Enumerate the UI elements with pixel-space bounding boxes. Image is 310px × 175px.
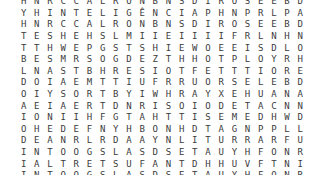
- grid-cell-r3-c16[interactable]: I: [215, 31, 228, 43]
- grid-cell-r7-c15[interactable]: O: [201, 77, 214, 89]
- grid-cell-r14-c19[interactable]: F: [254, 158, 267, 170]
- grid-cell-r12-c11[interactable]: Y: [149, 135, 162, 147]
- grid-cell-r6-c14[interactable]: F: [188, 66, 201, 78]
- grid-cell-r1-c2[interactable]: H: [30, 8, 43, 20]
- grid-cell-r10-c10[interactable]: A: [136, 112, 149, 124]
- grid-cell-r11-c16[interactable]: A: [215, 124, 228, 136]
- grid-cell-r13-c4[interactable]: O: [57, 147, 70, 159]
- grid-cell-r9-c6[interactable]: R: [83, 100, 96, 112]
- grid-cell-r10-c11[interactable]: H: [149, 112, 162, 124]
- grid-cell-r14-c18[interactable]: V: [241, 158, 254, 170]
- grid-cell-r4-c12[interactable]: I: [162, 42, 175, 54]
- grid-cell-r8-c21[interactable]: N: [280, 89, 293, 101]
- grid-cell-r1-c13[interactable]: I: [175, 8, 188, 20]
- grid-cell-r5-c14[interactable]: H: [188, 54, 201, 66]
- grid-cell-r1-c22[interactable]: A: [294, 8, 307, 20]
- grid-cell-r6-c6[interactable]: B: [83, 66, 96, 78]
- grid-cell-r12-c3[interactable]: A: [43, 135, 56, 147]
- grid-cell-r14-c2[interactable]: A: [30, 158, 43, 170]
- grid-cell-r3-c21[interactable]: H: [280, 31, 293, 43]
- grid-cell-r3-c2[interactable]: E: [30, 31, 43, 43]
- grid-cell-r13-c1[interactable]: I: [17, 147, 30, 159]
- grid-cell-r2-c13[interactable]: S: [175, 19, 188, 31]
- grid-cell-r9-c5[interactable]: E: [70, 100, 83, 112]
- grid-cell-r7-c3[interactable]: I: [43, 77, 56, 89]
- grid-cell-r9-c10[interactable]: R: [136, 100, 149, 112]
- grid-cell-r1-c21[interactable]: P: [280, 8, 293, 20]
- grid-cell-r2-c20[interactable]: E: [267, 19, 280, 31]
- grid-cell-r5-c22[interactable]: H: [294, 54, 307, 66]
- grid-cell-r13-c8[interactable]: L: [109, 147, 122, 159]
- grid-cell-r6-c16[interactable]: T: [215, 66, 228, 78]
- grid-cell-r2-c6[interactable]: A: [83, 19, 96, 31]
- grid-cell-r9-c3[interactable]: I: [43, 100, 56, 112]
- grid-cell-r1-c8[interactable]: I: [109, 8, 122, 20]
- grid-cell-r5-c16[interactable]: T: [215, 54, 228, 66]
- grid-cell-r10-c7[interactable]: F: [96, 112, 109, 124]
- grid-cell-r8-c12[interactable]: H: [162, 89, 175, 101]
- grid-cell-r13-c7[interactable]: S: [96, 147, 109, 159]
- grid-cell-r7-c14[interactable]: U: [188, 77, 201, 89]
- grid-cell-r5-c19[interactable]: O: [254, 54, 267, 66]
- grid-cell-r3-c14[interactable]: I: [188, 31, 201, 43]
- grid-cell-r7-c13[interactable]: R: [175, 77, 188, 89]
- grid-cell-r8-c18[interactable]: H: [241, 89, 254, 101]
- grid-cell-r13-c15[interactable]: A: [201, 147, 214, 159]
- grid-cell-r1-c1[interactable]: Y: [17, 8, 30, 20]
- grid-cell-r2-c22[interactable]: D: [294, 19, 307, 31]
- grid-cell-r11-c8[interactable]: Y: [109, 124, 122, 136]
- grid-cell-r10-c19[interactable]: D: [254, 112, 267, 124]
- grid-cell-r2-c10[interactable]: N: [136, 19, 149, 31]
- grid-cell-r5-c20[interactable]: Y: [267, 54, 280, 66]
- grid-cell-r9-c9[interactable]: N: [122, 100, 135, 112]
- grid-cell-r7-c17[interactable]: S: [228, 77, 241, 89]
- grid-cell-r13-c13[interactable]: E: [175, 147, 188, 159]
- grid-cell-r11-c1[interactable]: O: [17, 124, 30, 136]
- grid-cell-r8-c14[interactable]: A: [188, 89, 201, 101]
- grid-cell-r8-c3[interactable]: Y: [43, 89, 56, 101]
- grid-cell-r11-c21[interactable]: L: [280, 124, 293, 136]
- grid-cell-r12-c8[interactable]: D: [109, 135, 122, 147]
- grid-cell-r10-c14[interactable]: I: [188, 112, 201, 124]
- grid-cell-r9-c15[interactable]: O: [201, 100, 214, 112]
- grid-cell-r8-c7[interactable]: T: [96, 89, 109, 101]
- grid-cell-r11-c6[interactable]: F: [83, 124, 96, 136]
- grid-cell-r4-c20[interactable]: D: [267, 42, 280, 54]
- grid-cell-r4-c15[interactable]: O: [201, 42, 214, 54]
- grid-cell-r7-c18[interactable]: E: [241, 77, 254, 89]
- grid-cell-r2-c1[interactable]: H: [17, 19, 30, 31]
- grid-cell-r12-c10[interactable]: A: [136, 135, 149, 147]
- grid-cell-r3-c4[interactable]: H: [57, 31, 70, 43]
- grid-cell-r12-c21[interactable]: F: [280, 135, 293, 147]
- grid-cell-r14-c22[interactable]: I: [294, 158, 307, 170]
- grid-cell-r1-c4[interactable]: N: [57, 8, 70, 20]
- grid-cell-r14-c21[interactable]: N: [280, 158, 293, 170]
- grid-cell-r1-c5[interactable]: T: [70, 8, 83, 20]
- grid-cell-r7-c5[interactable]: E: [70, 77, 83, 89]
- grid-cell-r3-c18[interactable]: R: [241, 31, 254, 43]
- grid-cell-r13-c16[interactable]: U: [215, 147, 228, 159]
- grid-cell-r2-c16[interactable]: R: [215, 19, 228, 31]
- grid-cell-r10-c2[interactable]: O: [30, 112, 43, 124]
- grid-cell-r5-c21[interactable]: R: [280, 54, 293, 66]
- grid-cell-r13-c6[interactable]: G: [83, 147, 96, 159]
- grid-cell-r4-c4[interactable]: W: [57, 42, 70, 54]
- grid-cell-r2-c11[interactable]: B: [149, 19, 162, 31]
- grid-cell-r6-c3[interactable]: A: [43, 66, 56, 78]
- grid-cell-r13-c22[interactable]: R: [294, 147, 307, 159]
- grid-cell-r12-c12[interactable]: N: [162, 135, 175, 147]
- grid-cell-r4-c1[interactable]: T: [17, 42, 30, 54]
- grid-cell-r10-c9[interactable]: T: [122, 112, 135, 124]
- grid-cell-r14-c17[interactable]: U: [228, 158, 241, 170]
- grid-cell-r9-c22[interactable]: N: [294, 100, 307, 112]
- grid-cell-r10-c16[interactable]: E: [215, 112, 228, 124]
- grid-cell-r3-c6[interactable]: H: [83, 31, 96, 43]
- grid-cell-r2-c17[interactable]: O: [228, 19, 241, 31]
- grid-cell-r8-c8[interactable]: B: [109, 89, 122, 101]
- grid-cell-r4-c14[interactable]: W: [188, 42, 201, 54]
- grid-cell-r4-c10[interactable]: S: [136, 42, 149, 54]
- grid-cell-r11-c7[interactable]: N: [96, 124, 109, 136]
- grid-cell-r4-c19[interactable]: S: [254, 42, 267, 54]
- grid-cell-r11-c14[interactable]: D: [188, 124, 201, 136]
- grid-cell-r10-c6[interactable]: H: [83, 112, 96, 124]
- grid-cell-r7-c16[interactable]: R: [215, 77, 228, 89]
- grid-cell-r11-c12[interactable]: N: [162, 124, 175, 136]
- grid-cell-r5-c1[interactable]: B: [17, 54, 30, 66]
- grid-cell-r5-c5[interactable]: R: [70, 54, 83, 66]
- grid-cell-r10-c15[interactable]: S: [201, 112, 214, 124]
- grid-cell-r10-c22[interactable]: D: [294, 112, 307, 124]
- grid-cell-r8-c16[interactable]: X: [215, 89, 228, 101]
- grid-cell-r9-c14[interactable]: I: [188, 100, 201, 112]
- grid-cell-r7-c1[interactable]: D: [17, 77, 30, 89]
- grid-cell-r14-c7[interactable]: T: [96, 158, 109, 170]
- grid-cell-r14-c14[interactable]: D: [188, 158, 201, 170]
- grid-cell-r4-c21[interactable]: L: [280, 42, 293, 54]
- grid-cell-r6-c20[interactable]: O: [267, 66, 280, 78]
- grid-cell-r14-c1[interactable]: I: [17, 158, 30, 170]
- grid-cell-r13-c18[interactable]: H: [241, 147, 254, 159]
- grid-cell-r5-c15[interactable]: O: [201, 54, 214, 66]
- grid-cell-r6-c9[interactable]: E: [122, 66, 135, 78]
- grid-cell-r5-c8[interactable]: G: [109, 54, 122, 66]
- grid-cell-r11-c4[interactable]: D: [57, 124, 70, 136]
- grid-cell-r7-c10[interactable]: U: [136, 77, 149, 89]
- grid-cell-r2-c4[interactable]: C: [57, 19, 70, 31]
- grid-cell-r6-c5[interactable]: T: [70, 66, 83, 78]
- grid-cell-r14-c3[interactable]: L: [43, 158, 56, 170]
- grid-cell-r14-c12[interactable]: N: [162, 158, 175, 170]
- grid-cell-r1-c3[interactable]: I: [43, 8, 56, 20]
- grid-cell-r1-c12[interactable]: C: [162, 8, 175, 20]
- grid-cell-r6-c12[interactable]: O: [162, 66, 175, 78]
- grid-cell-r8-c10[interactable]: I: [136, 89, 149, 101]
- grid-cell-r3-c13[interactable]: I: [175, 31, 188, 43]
- grid-cell-r6-c21[interactable]: R: [280, 66, 293, 78]
- grid-cell-r10-c3[interactable]: N: [43, 112, 56, 124]
- grid-cell-r2-c2[interactable]: N: [30, 19, 43, 31]
- grid-cell-r13-c2[interactable]: N: [30, 147, 43, 159]
- grid-cell-r8-c20[interactable]: A: [267, 89, 280, 101]
- grid-cell-r3-c22[interactable]: N: [294, 31, 307, 43]
- grid-cell-r3-c5[interactable]: E: [70, 31, 83, 43]
- grid-cell-r9-c17[interactable]: E: [228, 100, 241, 112]
- grid-cell-r1-c14[interactable]: A: [188, 8, 201, 20]
- grid-cell-r8-c15[interactable]: Y: [201, 89, 214, 101]
- grid-cell-r3-c9[interactable]: M: [122, 31, 135, 43]
- grid-cell-r4-c7[interactable]: G: [96, 42, 109, 54]
- grid-cell-r4-c17[interactable]: E: [228, 42, 241, 54]
- grid-cell-r2-c19[interactable]: E: [254, 19, 267, 31]
- grid-cell-r9-c20[interactable]: C: [267, 100, 280, 112]
- grid-cell-r3-c11[interactable]: I: [149, 31, 162, 43]
- grid-cell-r4-c11[interactable]: H: [149, 42, 162, 54]
- grid-cell-r5-c7[interactable]: O: [96, 54, 109, 66]
- grid-cell-r9-c18[interactable]: T: [241, 100, 254, 112]
- grid-cell-r4-c13[interactable]: E: [175, 42, 188, 54]
- grid-cell-r14-c11[interactable]: A: [149, 158, 162, 170]
- grid-cell-r6-c4[interactable]: S: [57, 66, 70, 78]
- grid-cell-r3-c15[interactable]: I: [201, 31, 214, 43]
- grid-cell-r1-c6[interactable]: E: [83, 8, 96, 20]
- grid-cell-r3-c3[interactable]: S: [43, 31, 56, 43]
- grid-cell-r13-c3[interactable]: T: [43, 147, 56, 159]
- grid-cell-r7-c7[interactable]: T: [96, 77, 109, 89]
- grid-cell-r14-c16[interactable]: H: [215, 158, 228, 170]
- grid-cell-r12-c13[interactable]: L: [175, 135, 188, 147]
- grid-cell-r5-c12[interactable]: T: [162, 54, 175, 66]
- grid-cell-r6-c7[interactable]: H: [96, 66, 109, 78]
- grid-cell-r10-c18[interactable]: E: [241, 112, 254, 124]
- grid-cell-r10-c1[interactable]: I: [17, 112, 30, 124]
- grid-cell-r11-c15[interactable]: T: [201, 124, 214, 136]
- grid-cell-r1-c11[interactable]: N: [149, 8, 162, 20]
- grid-cell-r12-c20[interactable]: R: [267, 135, 280, 147]
- grid-cell-r8-c6[interactable]: R: [83, 89, 96, 101]
- grid-cell-r2-c18[interactable]: S: [241, 19, 254, 31]
- grid-cell-r6-c8[interactable]: R: [109, 66, 122, 78]
- grid-cell-r10-c12[interactable]: T: [162, 112, 175, 124]
- grid-cell-r1-c7[interactable]: L: [96, 8, 109, 20]
- grid-cell-r3-c20[interactable]: N: [267, 31, 280, 43]
- grid-cell-r9-c19[interactable]: A: [254, 100, 267, 112]
- grid-cell-r6-c15[interactable]: E: [201, 66, 214, 78]
- grid-cell-r1-c19[interactable]: R: [254, 8, 267, 20]
- grid-cell-r12-c2[interactable]: E: [30, 135, 43, 147]
- grid-cell-r12-c9[interactable]: A: [122, 135, 135, 147]
- grid-cell-r6-c1[interactable]: L: [17, 66, 30, 78]
- grid-cell-r14-c5[interactable]: R: [70, 158, 83, 170]
- grid-cell-r8-c13[interactable]: R: [175, 89, 188, 101]
- grid-cell-r3-c8[interactable]: L: [109, 31, 122, 43]
- grid-cell-r12-c4[interactable]: N: [57, 135, 70, 147]
- grid-cell-r4-c6[interactable]: P: [83, 42, 96, 54]
- grid-cell-r4-c16[interactable]: E: [215, 42, 228, 54]
- grid-cell-r9-c4[interactable]: A: [57, 100, 70, 112]
- grid-cell-r9-c1[interactable]: A: [17, 100, 30, 112]
- grid-cell-r4-c3[interactable]: H: [43, 42, 56, 54]
- grid-cell-r14-c20[interactable]: T: [267, 158, 280, 170]
- grid-cell-r5-c18[interactable]: L: [241, 54, 254, 66]
- grid-cell-r7-c9[interactable]: I: [122, 77, 135, 89]
- grid-cell-r3-c12[interactable]: E: [162, 31, 175, 43]
- grid-cell-r13-c11[interactable]: D: [149, 147, 162, 159]
- grid-cell-r2-c3[interactable]: R: [43, 19, 56, 31]
- grid-cell-r2-c9[interactable]: O: [122, 19, 135, 31]
- grid-cell-r9-c16[interactable]: D: [215, 100, 228, 112]
- grid-cell-r4-c18[interactable]: I: [241, 42, 254, 54]
- grid-cell-r7-c8[interactable]: T: [109, 77, 122, 89]
- grid-cell-r7-c2[interactable]: O: [30, 77, 43, 89]
- grid-cell-r7-c12[interactable]: R: [162, 77, 175, 89]
- grid-cell-r11-c13[interactable]: H: [175, 124, 188, 136]
- grid-cell-r2-c5[interactable]: C: [70, 19, 83, 31]
- grid-cell-r4-c2[interactable]: T: [30, 42, 43, 54]
- grid-cell-r14-c15[interactable]: H: [201, 158, 214, 170]
- grid-cell-r10-c17[interactable]: M: [228, 112, 241, 124]
- grid-cell-r9-c12[interactable]: S: [162, 100, 175, 112]
- grid-cell-r6-c18[interactable]: T: [241, 66, 254, 78]
- grid-cell-r8-c11[interactable]: W: [149, 89, 162, 101]
- grid-cell-r8-c19[interactable]: U: [254, 89, 267, 101]
- grid-cell-r13-c9[interactable]: A: [122, 147, 135, 159]
- grid-cell-r5-c3[interactable]: S: [43, 54, 56, 66]
- grid-cell-r8-c5[interactable]: O: [70, 89, 83, 101]
- grid-cell-r12-c19[interactable]: A: [254, 135, 267, 147]
- grid-cell-r5-c11[interactable]: Z: [149, 54, 162, 66]
- grid-cell-r3-c17[interactable]: F: [228, 31, 241, 43]
- grid-cell-r1-c16[interactable]: H: [215, 8, 228, 20]
- grid-cell-r10-c8[interactable]: G: [109, 112, 122, 124]
- grid-cell-r13-c19[interactable]: F: [254, 147, 267, 159]
- grid-cell-r8-c22[interactable]: A: [294, 89, 307, 101]
- grid-cell-r6-c11[interactable]: I: [149, 66, 162, 78]
- grid-cell-r9-c2[interactable]: E: [30, 100, 43, 112]
- grid-cell-r8-c4[interactable]: S: [57, 89, 70, 101]
- grid-cell-r14-c9[interactable]: U: [122, 158, 135, 170]
- grid-cell-r10-c21[interactable]: W: [280, 112, 293, 124]
- grid-cell-r3-c1[interactable]: T: [17, 31, 30, 43]
- grid-cell-r11-c10[interactable]: B: [136, 124, 149, 136]
- grid-cell-r13-c10[interactable]: S: [136, 147, 149, 159]
- grid-cell-r7-c4[interactable]: A: [57, 77, 70, 89]
- grid-cell-r13-c20[interactable]: O: [267, 147, 280, 159]
- grid-cell-r10-c5[interactable]: I: [70, 112, 83, 124]
- grid-cell-r2-c7[interactable]: L: [96, 19, 109, 31]
- grid-cell-r11-c17[interactable]: G: [228, 124, 241, 136]
- grid-cell-r11-c2[interactable]: H: [30, 124, 43, 136]
- grid-cell-r13-c5[interactable]: O: [70, 147, 83, 159]
- grid-cell-r6-c22[interactable]: E: [294, 66, 307, 78]
- grid-cell-r6-c17[interactable]: T: [228, 66, 241, 78]
- grid-cell-r14-c13[interactable]: T: [175, 158, 188, 170]
- grid-cell-r8-c17[interactable]: E: [228, 89, 241, 101]
- grid-cell-r5-c10[interactable]: E: [136, 54, 149, 66]
- grid-cell-r11-c20[interactable]: P: [267, 124, 280, 136]
- grid-cell-r13-c17[interactable]: Y: [228, 147, 241, 159]
- grid-cell-r5-c13[interactable]: H: [175, 54, 188, 66]
- grid-cell-r14-c4[interactable]: T: [57, 158, 70, 170]
- grid-cell-r2-c15[interactable]: I: [201, 19, 214, 31]
- grid-cell-r3-c10[interactable]: I: [136, 31, 149, 43]
- grid-cell-r10-c4[interactable]: I: [57, 112, 70, 124]
- grid-cell-r2-c14[interactable]: D: [188, 19, 201, 31]
- grid-cell-r9-c13[interactable]: O: [175, 100, 188, 112]
- grid-cell-r4-c5[interactable]: E: [70, 42, 83, 54]
- grid-cell-r11-c19[interactable]: P: [254, 124, 267, 136]
- grid-cell-r7-c6[interactable]: M: [83, 77, 96, 89]
- grid-cell-r14-c6[interactable]: E: [83, 158, 96, 170]
- grid-cell-r13-c12[interactable]: S: [162, 147, 175, 159]
- grid-cell-r12-c17[interactable]: R: [228, 135, 241, 147]
- grid-cell-r4-c8[interactable]: S: [109, 42, 122, 54]
- grid-cell-r4-c22[interactable]: O: [294, 42, 307, 54]
- grid-cell-r11-c22[interactable]: L: [294, 124, 307, 136]
- grid-cell-r5-c2[interactable]: E: [30, 54, 43, 66]
- grid-cell-r8-c1[interactable]: O: [17, 89, 30, 101]
- grid-cell-r9-c11[interactable]: I: [149, 100, 162, 112]
- grid-cell-r7-c20[interactable]: E: [267, 77, 280, 89]
- grid-cell-r1-c18[interactable]: P: [241, 8, 254, 20]
- grid-cell-r7-c21[interactable]: B: [280, 77, 293, 89]
- grid-cell-r11-c5[interactable]: E: [70, 124, 83, 136]
- grid-cell-r3-c7[interactable]: S: [96, 31, 109, 43]
- grid-cell-r12-c18[interactable]: R: [241, 135, 254, 147]
- grid-cell-r2-c21[interactable]: B: [280, 19, 293, 31]
- grid-cell-r7-c19[interactable]: L: [254, 77, 267, 89]
- grid-cell-r9-c7[interactable]: T: [96, 100, 109, 112]
- grid-cell-r11-c11[interactable]: O: [149, 124, 162, 136]
- grid-cell-r1-c9[interactable]: G: [122, 8, 135, 20]
- grid-cell-r8-c9[interactable]: Y: [122, 89, 135, 101]
- grid-cell-r1-c20[interactable]: L: [267, 8, 280, 20]
- grid-cell-r12-c5[interactable]: R: [70, 135, 83, 147]
- grid-cell-r4-c9[interactable]: T: [122, 42, 135, 54]
- grid-cell-r5-c9[interactable]: D: [122, 54, 135, 66]
- grid-cell-r3-c19[interactable]: L: [254, 31, 267, 43]
- grid-cell-r12-c7[interactable]: R: [96, 135, 109, 147]
- grid-cell-r2-c8[interactable]: R: [109, 19, 122, 31]
- grid-cell-r7-c22[interactable]: D: [294, 77, 307, 89]
- grid-cell-r12-c6[interactable]: L: [83, 135, 96, 147]
- grid-cell-r13-c21[interactable]: N: [280, 147, 293, 159]
- grid-cell-r12-c15[interactable]: T: [201, 135, 214, 147]
- grid-cell-r12-c1[interactable]: D: [17, 135, 30, 147]
- grid-cell-r6-c2[interactable]: N: [30, 66, 43, 78]
- grid-cell-r1-c10[interactable]: Ê: [136, 8, 149, 20]
- grid-cell-r1-c15[interactable]: P: [201, 8, 214, 20]
- grid-cell-r14-c8[interactable]: S: [109, 158, 122, 170]
- grid-cell-r6-c19[interactable]: I: [254, 66, 267, 78]
- grid-cell-r9-c21[interactable]: N: [280, 100, 293, 112]
- grid-cell-r5-c17[interactable]: P: [228, 54, 241, 66]
- grid-cell-r13-c14[interactable]: T: [188, 147, 201, 159]
- grid-cell-r9-c8[interactable]: D: [109, 100, 122, 112]
- grid-cell-r11-c3[interactable]: E: [43, 124, 56, 136]
- grid-cell-r5-c6[interactable]: S: [83, 54, 96, 66]
- grid-cell-r6-c13[interactable]: T: [175, 66, 188, 78]
- grid-cell-r10-c20[interactable]: H: [267, 112, 280, 124]
- grid-cell-r7-c11[interactable]: F: [149, 77, 162, 89]
- grid-cell-r6-c10[interactable]: S: [136, 66, 149, 78]
- grid-cell-r14-c10[interactable]: F: [136, 158, 149, 170]
- grid-cell-r11-c9[interactable]: H: [122, 124, 135, 136]
- grid-cell-r8-c2[interactable]: I: [30, 89, 43, 101]
